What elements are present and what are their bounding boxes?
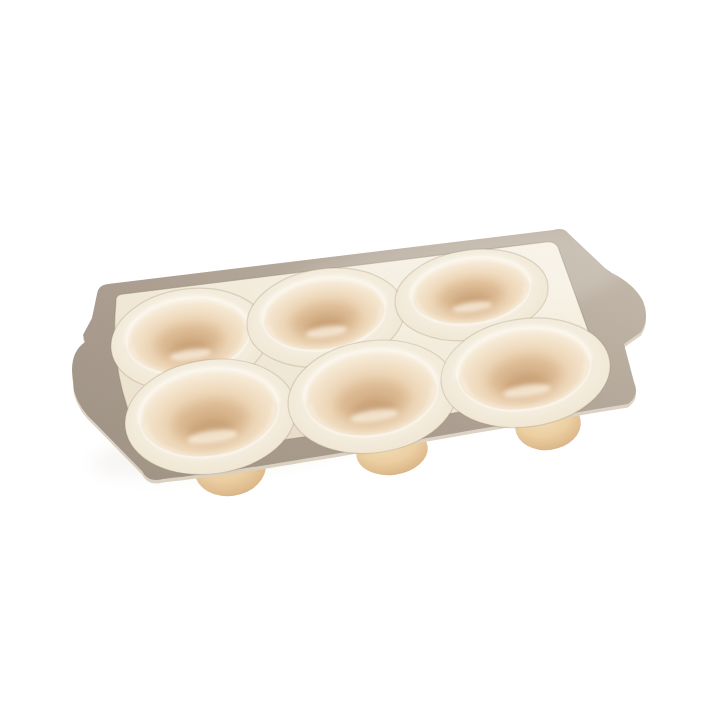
muffin-pan-illustration: Cream and taupe six-cup muffin baking pa… <box>0 0 720 720</box>
product-photo-muffin-pan: Cream and taupe six-cup muffin baking pa… <box>0 0 720 720</box>
